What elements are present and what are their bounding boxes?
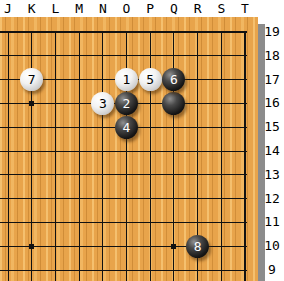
grid-line-row-9: [0, 270, 247, 271]
column-label-N: N: [95, 1, 111, 16]
grid-line-row-13: [0, 174, 247, 175]
stone-P17[interactable]: 5: [139, 68, 162, 91]
star-point-K16: [29, 101, 34, 106]
star-point-K10: [29, 244, 34, 249]
column-label-L: L: [47, 1, 63, 16]
row-label-13: 13: [261, 167, 283, 183]
move-number: 5: [146, 73, 154, 86]
move-number: 8: [194, 240, 202, 253]
move-number: 1: [123, 73, 131, 86]
stone-R10[interactable]: 8: [186, 235, 209, 258]
stone-O16[interactable]: 2: [115, 92, 138, 115]
move-number: 2: [123, 97, 131, 110]
row-label-17: 17: [261, 72, 283, 88]
row-label-12: 12: [261, 191, 283, 207]
grid-line-row-14: [0, 151, 247, 152]
move-number: 3: [99, 97, 107, 110]
column-label-T: T: [237, 1, 253, 16]
move-number: 6: [170, 73, 178, 86]
row-label-14: 14: [261, 143, 283, 159]
grid-line-row-11: [0, 222, 247, 223]
stone-O17[interactable]: 1: [115, 68, 138, 91]
go-diagram: 12345678 JKLMNOPQRST 1918171615141312111…: [0, 0, 284, 281]
column-label-K: K: [24, 1, 40, 16]
stone-K17[interactable]: 7: [20, 68, 43, 91]
column-label-O: O: [119, 1, 135, 16]
row-label-19: 19: [261, 24, 283, 40]
go-board[interactable]: 12345678: [0, 17, 258, 281]
column-label-Q: Q: [166, 1, 182, 16]
grid-line-row-19: [0, 31, 247, 33]
column-label-R: R: [190, 1, 206, 16]
grid-line-col-L: [55, 32, 56, 281]
row-label-10: 10: [261, 238, 283, 254]
column-label-J: J: [0, 1, 16, 16]
grid-line-row-10: [0, 246, 247, 247]
grid-line-col-T: [244, 32, 246, 281]
star-point-Q10: [171, 244, 176, 249]
column-label-P: P: [142, 1, 158, 16]
grid-line-row-12: [0, 198, 247, 199]
grid-line-row-18: [0, 55, 247, 56]
column-label-M: M: [71, 1, 87, 16]
grid-line-col-S: [221, 32, 222, 281]
row-label-11: 11: [261, 214, 283, 230]
row-label-16: 16: [261, 95, 283, 111]
row-label-18: 18: [261, 48, 283, 64]
move-number: 7: [28, 73, 36, 86]
row-label-9: 9: [261, 262, 283, 278]
stone-O15[interactable]: 4: [115, 116, 138, 139]
column-label-S: S: [213, 1, 229, 16]
grid-line-col-N: [102, 32, 103, 281]
grid-line-col-M: [79, 32, 80, 281]
move-number: 4: [123, 121, 131, 134]
grid-line-col-J: [8, 32, 9, 281]
stone-Q16[interactable]: [162, 92, 185, 115]
stone-Q17[interactable]: 6: [162, 68, 185, 91]
column-labels: JKLMNOPQRST: [0, 0, 284, 17]
stone-N16[interactable]: 3: [91, 92, 114, 115]
row-label-15: 15: [261, 119, 283, 135]
